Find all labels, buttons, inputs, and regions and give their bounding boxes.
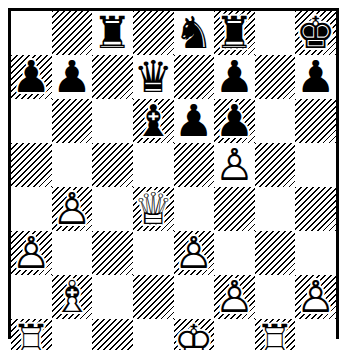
black-pawn[interactable]: ♟♟ xyxy=(295,55,336,99)
square-h2[interactable]: ♟♙ xyxy=(295,275,336,319)
black-rook[interactable]: ♜♜ xyxy=(214,11,255,55)
piece-glyph: ♕ xyxy=(133,187,172,231)
square-e7[interactable] xyxy=(174,55,215,99)
square-c1[interactable] xyxy=(92,319,133,350)
square-a2[interactable] xyxy=(11,275,52,319)
square-e5[interactable] xyxy=(174,143,215,187)
square-b2[interactable]: ♝♗ xyxy=(52,275,93,319)
black-bishop[interactable]: ♝♝ xyxy=(133,99,174,143)
black-rook[interactable]: ♜♜ xyxy=(92,11,133,55)
square-b1[interactable] xyxy=(52,319,93,350)
square-d5[interactable] xyxy=(133,143,174,187)
square-c2[interactable] xyxy=(92,275,133,319)
piece-glyph: ♙ xyxy=(215,275,254,319)
chess-diagram-page: ♜♜♞♞♜♜♚♚♟♟♟♟♛♛♟♟♟♟♝♝♟♟♟♟♟♙♟♙♛♕♟♙♟♙♝♗♟♙♟♙… xyxy=(0,0,350,350)
white-pawn[interactable]: ♟♙ xyxy=(295,275,336,319)
square-b8[interactable] xyxy=(52,11,93,55)
square-c5[interactable] xyxy=(92,143,133,187)
square-a5[interactable] xyxy=(11,143,52,187)
piece-glyph: ♟ xyxy=(215,55,254,99)
black-pawn[interactable]: ♟♟ xyxy=(174,99,215,143)
square-g6[interactable] xyxy=(255,99,296,143)
square-c3[interactable] xyxy=(92,231,133,275)
square-c8[interactable]: ♜♜ xyxy=(92,11,133,55)
piece-glyph: ♛ xyxy=(133,55,172,99)
square-d6[interactable]: ♝♝ xyxy=(133,99,174,143)
white-rook[interactable]: ♜♖ xyxy=(11,319,52,350)
white-pawn[interactable]: ♟♙ xyxy=(214,143,255,187)
square-e3[interactable]: ♟♙ xyxy=(174,231,215,275)
square-g2[interactable] xyxy=(255,275,296,319)
square-d2[interactable] xyxy=(133,275,174,319)
piece-glyph: ♟ xyxy=(215,99,254,143)
square-h7[interactable]: ♟♟ xyxy=(295,55,336,99)
square-a7[interactable]: ♟♟ xyxy=(11,55,52,99)
white-rook[interactable]: ♜♖ xyxy=(255,319,296,350)
piece-glyph: ♙ xyxy=(296,275,335,319)
piece-glyph: ♗ xyxy=(52,275,91,319)
piece-glyph: ♟ xyxy=(12,55,51,99)
black-pawn[interactable]: ♟♟ xyxy=(52,55,93,99)
board-border: ♜♜♞♞♜♜♚♚♟♟♟♟♛♛♟♟♟♟♝♝♟♟♟♟♟♙♟♙♛♕♟♙♟♙♝♗♟♙♟♙… xyxy=(8,8,339,339)
black-queen[interactable]: ♛♛ xyxy=(133,55,174,99)
square-g4[interactable] xyxy=(255,187,296,231)
square-b4[interactable]: ♟♙ xyxy=(52,187,93,231)
square-a8[interactable] xyxy=(11,11,52,55)
piece-glyph: ♖ xyxy=(255,319,294,350)
white-pawn[interactable]: ♟♙ xyxy=(214,275,255,319)
black-pawn[interactable]: ♟♟ xyxy=(214,55,255,99)
white-bishop[interactable]: ♝♗ xyxy=(52,275,93,319)
square-h1[interactable] xyxy=(295,319,336,350)
square-f8[interactable]: ♜♜ xyxy=(214,11,255,55)
piece-glyph: ♜ xyxy=(93,11,132,55)
white-pawn[interactable]: ♟♙ xyxy=(52,187,93,231)
square-a3[interactable]: ♟♙ xyxy=(11,231,52,275)
square-b7[interactable]: ♟♟ xyxy=(52,55,93,99)
square-a1[interactable]: ♜♖ xyxy=(11,319,52,350)
piece-glyph: ♔ xyxy=(174,319,213,350)
piece-glyph: ♜ xyxy=(215,11,254,55)
square-f6[interactable]: ♟♟ xyxy=(214,99,255,143)
square-d1[interactable] xyxy=(133,319,174,350)
square-e4[interactable] xyxy=(174,187,215,231)
square-h8[interactable]: ♚♚ xyxy=(295,11,336,55)
square-e8[interactable]: ♞♞ xyxy=(174,11,215,55)
square-f4[interactable] xyxy=(214,187,255,231)
square-g8[interactable] xyxy=(255,11,296,55)
square-e2[interactable] xyxy=(174,275,215,319)
square-f7[interactable]: ♟♟ xyxy=(214,55,255,99)
square-a6[interactable] xyxy=(11,99,52,143)
square-f3[interactable] xyxy=(214,231,255,275)
square-g1[interactable]: ♜♖ xyxy=(255,319,296,350)
square-e6[interactable]: ♟♟ xyxy=(174,99,215,143)
square-h5[interactable] xyxy=(295,143,336,187)
square-g7[interactable] xyxy=(255,55,296,99)
white-queen[interactable]: ♛♕ xyxy=(133,187,174,231)
square-c7[interactable] xyxy=(92,55,133,99)
square-f2[interactable]: ♟♙ xyxy=(214,275,255,319)
square-g3[interactable] xyxy=(255,231,296,275)
black-knight[interactable]: ♞♞ xyxy=(174,11,215,55)
piece-glyph: ♖ xyxy=(12,319,51,350)
square-c4[interactable] xyxy=(92,187,133,231)
white-king[interactable]: ♚♔ xyxy=(174,319,215,350)
piece-glyph: ♙ xyxy=(174,231,213,275)
piece-glyph: ♙ xyxy=(12,231,51,275)
piece-glyph: ♙ xyxy=(52,187,91,231)
square-d4[interactable]: ♛♕ xyxy=(133,187,174,231)
piece-glyph: ♙ xyxy=(215,143,254,187)
square-h3[interactable] xyxy=(295,231,336,275)
square-d3[interactable] xyxy=(133,231,174,275)
black-pawn[interactable]: ♟♟ xyxy=(214,99,255,143)
square-b3[interactable] xyxy=(52,231,93,275)
square-d8[interactable] xyxy=(133,11,174,55)
piece-glyph: ♟ xyxy=(52,55,91,99)
chessboard: ♜♜♞♞♜♜♚♚♟♟♟♟♛♛♟♟♟♟♝♝♟♟♟♟♟♙♟♙♛♕♟♙♟♙♝♗♟♙♟♙… xyxy=(11,11,336,336)
piece-glyph: ♟ xyxy=(296,55,335,99)
square-c6[interactable] xyxy=(92,99,133,143)
piece-glyph: ♞ xyxy=(174,11,213,55)
square-f1[interactable] xyxy=(214,319,255,350)
square-b5[interactable] xyxy=(52,143,93,187)
square-g5[interactable] xyxy=(255,143,296,187)
piece-glyph: ♝ xyxy=(133,99,172,143)
piece-glyph: ♟ xyxy=(174,99,213,143)
black-king[interactable]: ♚♚ xyxy=(295,11,336,55)
square-a4[interactable] xyxy=(11,187,52,231)
black-pawn[interactable]: ♟♟ xyxy=(11,55,52,99)
white-pawn[interactable]: ♟♙ xyxy=(11,231,52,275)
white-pawn[interactable]: ♟♙ xyxy=(174,231,215,275)
square-h6[interactable] xyxy=(295,99,336,143)
piece-glyph: ♚ xyxy=(296,11,335,55)
square-e1[interactable]: ♚♔ xyxy=(174,319,215,350)
square-b6[interactable] xyxy=(52,99,93,143)
square-f5[interactable]: ♟♙ xyxy=(214,143,255,187)
square-d7[interactable]: ♛♛ xyxy=(133,55,174,99)
square-h4[interactable] xyxy=(295,187,336,231)
